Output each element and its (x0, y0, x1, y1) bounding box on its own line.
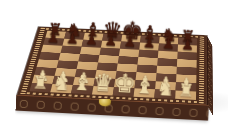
chess-board: ♜♞♝♛♚♝♞♜♟♟♟♟♟♟♟♟♟♟♟♟♟♟♟♟♜♞♝♛♚♝♞♜ (17, 27, 207, 105)
square-h7[interactable]: ♟ (178, 45, 197, 53)
square-c7[interactable]: ♟ (82, 40, 103, 48)
black-pawn[interactable]: ♟ (178, 38, 198, 53)
square-c1[interactable]: ♝ (71, 85, 93, 94)
black-pawn[interactable]: ♟ (139, 36, 159, 51)
black-pawn[interactable]: ♟ (101, 34, 121, 49)
white-rook[interactable]: ♜ (175, 81, 197, 100)
black-pawn[interactable]: ♟ (43, 31, 63, 46)
square-b7[interactable]: ♟ (62, 39, 83, 47)
white-bishop[interactable]: ♝ (134, 76, 156, 98)
black-pawn[interactable]: ♟ (82, 33, 102, 48)
square-a1[interactable]: ♜ (29, 83, 52, 92)
square-a7[interactable]: ♟ (43, 38, 64, 46)
white-queen[interactable]: ♛ (92, 71, 114, 96)
square-e7[interactable]: ♟ (120, 42, 140, 50)
square-h1[interactable]: ♜ (175, 90, 196, 99)
white-knight[interactable]: ♞ (154, 78, 176, 99)
black-pawn[interactable]: ♟ (158, 37, 178, 52)
square-g1[interactable]: ♞ (154, 89, 175, 98)
white-knight[interactable]: ♞ (50, 72, 72, 93)
black-pawn[interactable]: ♟ (120, 35, 140, 50)
black-pawn[interactable]: ♟ (62, 32, 82, 47)
brass-clasp-icon (98, 97, 110, 107)
white-bishop[interactable]: ♝ (71, 73, 93, 95)
photo-background: { "game": "chess", "description": "Foldi… (0, 0, 228, 128)
white-king[interactable]: ♚ (113, 70, 135, 97)
square-e1[interactable]: ♚ (113, 87, 135, 96)
white-rook[interactable]: ♜ (29, 73, 51, 92)
board-grid: ♜♞♝♛♚♝♞♜♟♟♟♟♟♟♟♟♟♟♟♟♟♟♟♟♜♞♝♛♚♝♞♜ (29, 31, 197, 100)
square-b1[interactable]: ♞ (50, 84, 73, 93)
square-g7[interactable]: ♟ (158, 44, 178, 52)
square-d7[interactable]: ♟ (101, 41, 121, 49)
frame-ornament-right (199, 36, 204, 103)
scene: ♜♞♝♛♚♝♞♜♟♟♟♟♟♟♟♟♟♟♟♟♟♟♟♟♜♞♝♛♚♝♞♜ (14, 0, 210, 128)
square-f1[interactable]: ♝ (134, 88, 156, 97)
square-d1[interactable]: ♛ (92, 86, 114, 95)
square-f7[interactable]: ♟ (139, 43, 159, 51)
